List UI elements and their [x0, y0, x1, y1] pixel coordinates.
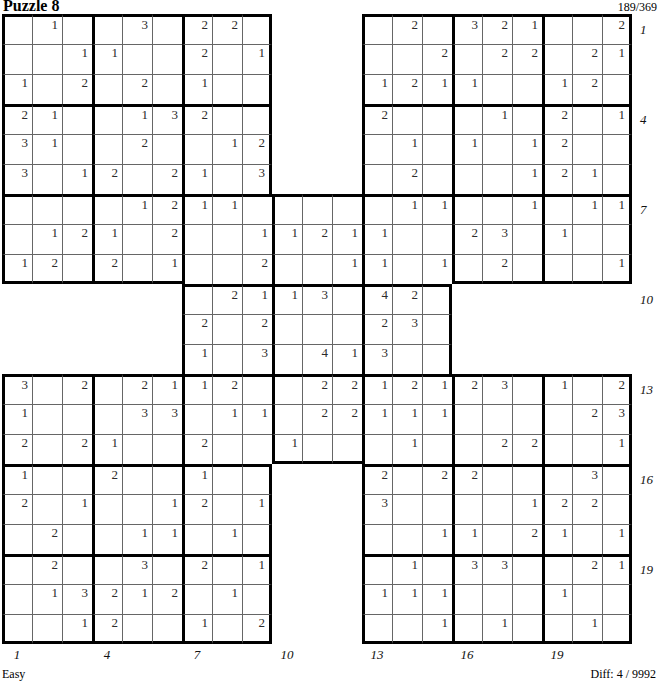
cell-r15c7[interactable]: 2	[182, 434, 212, 464]
cell-r12c10[interactable]	[272, 344, 302, 374]
cell-r16c2[interactable]	[32, 464, 62, 494]
cell-r14c7[interactable]	[182, 404, 212, 434]
cell-r7c7[interactable]: 1	[182, 194, 212, 224]
cell-r2c5[interactable]	[122, 44, 152, 74]
cell-r11c8[interactable]	[212, 314, 242, 344]
cell-r9c9[interactable]: 2	[242, 254, 272, 284]
cell-r11c9[interactable]: 2	[242, 314, 272, 344]
cell-r21c3[interactable]: 1	[62, 614, 92, 644]
cell-r12c8[interactable]	[212, 344, 242, 374]
cell-r13c8[interactable]: 2	[212, 374, 242, 404]
cell-r4c9[interactable]	[242, 104, 272, 134]
cell-r9c20[interactable]	[572, 254, 602, 284]
cell-r3c9[interactable]	[242, 74, 272, 104]
cell-r9c13[interactable]: 1	[362, 254, 392, 284]
cell-r1c6[interactable]	[152, 14, 182, 44]
cell-r21c19[interactable]	[542, 614, 572, 644]
cell-r8c9[interactable]: 1	[242, 224, 272, 254]
cell-r1c15[interactable]	[422, 14, 452, 44]
cell-r20c7[interactable]	[182, 584, 212, 614]
cell-r17c15[interactable]	[422, 494, 452, 524]
cell-r6c21[interactable]	[602, 164, 632, 194]
cell-r3c20[interactable]: 2	[572, 74, 602, 104]
cell-r14c14[interactable]: 1	[392, 404, 422, 434]
cell-r6c14[interactable]: 2	[392, 164, 422, 194]
cell-r8c8[interactable]	[212, 224, 242, 254]
cell-r2c21[interactable]: 1	[602, 44, 632, 74]
cell-r15c2[interactable]	[32, 434, 62, 464]
cell-r13c13[interactable]: 1	[362, 374, 392, 404]
cell-r13c9[interactable]	[242, 374, 272, 404]
cell-r14c8[interactable]: 1	[212, 404, 242, 434]
cell-r4c8[interactable]	[212, 104, 242, 134]
cell-r2c1[interactable]	[2, 44, 32, 74]
cell-r21c8[interactable]	[212, 614, 242, 644]
cell-r3c2[interactable]	[32, 74, 62, 104]
cell-r14c12[interactable]: 2	[332, 404, 362, 434]
cell-r18c19[interactable]: 1	[542, 524, 572, 554]
cell-r10c9[interactable]: 1	[242, 284, 272, 314]
cell-r9c6[interactable]: 1	[152, 254, 182, 284]
cell-r18c21[interactable]: 1	[602, 524, 632, 554]
cell-r10c10[interactable]: 1	[272, 284, 302, 314]
cell-r8c21[interactable]	[602, 224, 632, 254]
cell-r8c7[interactable]	[182, 224, 212, 254]
cell-r9c5[interactable]	[122, 254, 152, 284]
cell-r5c7[interactable]	[182, 134, 212, 164]
cell-r21c18[interactable]	[512, 614, 542, 644]
cell-r14c4[interactable]	[92, 404, 122, 434]
cell-r16c16[interactable]: 2	[452, 464, 482, 494]
cell-r14c13[interactable]: 1	[362, 404, 392, 434]
cell-r4c18[interactable]	[512, 104, 542, 134]
cell-r16c17[interactable]	[482, 464, 512, 494]
cell-r16c5[interactable]	[122, 464, 152, 494]
cell-r16c14[interactable]	[392, 464, 422, 494]
cell-r5c17[interactable]	[482, 134, 512, 164]
cell-r19c7[interactable]: 2	[182, 554, 212, 584]
cell-r15c18[interactable]: 2	[512, 434, 542, 464]
cell-r13c15[interactable]: 1	[422, 374, 452, 404]
cell-r9c21[interactable]: 1	[602, 254, 632, 284]
cell-r15c21[interactable]: 1	[602, 434, 632, 464]
cell-r18c18[interactable]: 2	[512, 524, 542, 554]
cell-r8c5[interactable]	[122, 224, 152, 254]
cell-r1c21[interactable]: 2	[602, 14, 632, 44]
cell-r20c18[interactable]	[512, 584, 542, 614]
cell-r15c9[interactable]	[242, 434, 272, 464]
cell-r20c5[interactable]: 1	[122, 584, 152, 614]
cell-r19c21[interactable]: 1	[602, 554, 632, 584]
cell-r16c21[interactable]	[602, 464, 632, 494]
cell-r13c7[interactable]: 1	[182, 374, 212, 404]
cell-r14c9[interactable]: 1	[242, 404, 272, 434]
cell-r15c3[interactable]: 2	[62, 434, 92, 464]
cell-r19c8[interactable]	[212, 554, 242, 584]
cell-r21c6[interactable]	[152, 614, 182, 644]
cell-r14c15[interactable]: 1	[422, 404, 452, 434]
cell-r13c6[interactable]: 1	[152, 374, 182, 404]
cell-r8c17[interactable]: 3	[482, 224, 512, 254]
cell-r13c21[interactable]: 2	[602, 374, 632, 404]
cell-r8c16[interactable]: 2	[452, 224, 482, 254]
cell-r7c2[interactable]	[32, 194, 62, 224]
cell-r9c18[interactable]	[512, 254, 542, 284]
cell-r20c19[interactable]: 1	[542, 584, 572, 614]
cell-r15c12[interactable]	[332, 434, 362, 464]
cell-r14c11[interactable]: 2	[302, 404, 332, 434]
cell-r15c11[interactable]	[302, 434, 332, 464]
cell-r15c15[interactable]	[422, 434, 452, 464]
cell-r19c17[interactable]: 3	[482, 554, 512, 584]
cell-r7c1[interactable]	[2, 194, 32, 224]
cell-r2c18[interactable]: 2	[512, 44, 542, 74]
cell-r16c6[interactable]	[152, 464, 182, 494]
cell-r5c21[interactable]	[602, 134, 632, 164]
cell-r7c16[interactable]	[452, 194, 482, 224]
cell-r6c18[interactable]: 1	[512, 164, 542, 194]
cell-r5c3[interactable]	[62, 134, 92, 164]
cell-r10c8[interactable]: 2	[212, 284, 242, 314]
cell-r7c18[interactable]: 1	[512, 194, 542, 224]
cell-r16c4[interactable]: 2	[92, 464, 122, 494]
cell-r3c3[interactable]: 2	[62, 74, 92, 104]
cell-r8c6[interactable]: 2	[152, 224, 182, 254]
cell-r4c21[interactable]: 1	[602, 104, 632, 134]
cell-r4c16[interactable]	[452, 104, 482, 134]
cell-r13c11[interactable]: 2	[302, 374, 332, 404]
cell-r14c17[interactable]	[482, 404, 512, 434]
cell-r7c20[interactable]: 1	[572, 194, 602, 224]
cell-r16c1[interactable]: 1	[2, 464, 32, 494]
cell-r18c9[interactable]	[242, 524, 272, 554]
cell-r9c16[interactable]	[452, 254, 482, 284]
cell-r12c15[interactable]	[422, 344, 452, 374]
cell-r21c14[interactable]	[392, 614, 422, 644]
cell-r10c13[interactable]: 4	[362, 284, 392, 314]
cell-r5c19[interactable]: 2	[542, 134, 572, 164]
cell-r11c7[interactable]: 2	[182, 314, 212, 344]
cell-r16c3[interactable]	[62, 464, 92, 494]
cell-r6c3[interactable]: 1	[62, 164, 92, 194]
cell-r1c18[interactable]: 1	[512, 14, 542, 44]
cell-r12c13[interactable]: 3	[362, 344, 392, 374]
cell-r21c13[interactable]	[362, 614, 392, 644]
cell-r15c14[interactable]: 1	[392, 434, 422, 464]
cell-r13c1[interactable]: 3	[2, 374, 32, 404]
cell-r6c1[interactable]: 3	[2, 164, 32, 194]
cell-r20c2[interactable]: 1	[32, 584, 62, 614]
cell-r8c1[interactable]	[2, 224, 32, 254]
cell-r9c12[interactable]: 1	[332, 254, 362, 284]
cell-r5c6[interactable]	[152, 134, 182, 164]
cell-r6c5[interactable]	[122, 164, 152, 194]
cell-r20c20[interactable]	[572, 584, 602, 614]
cell-r19c6[interactable]	[152, 554, 182, 584]
cell-r15c1[interactable]: 2	[2, 434, 32, 464]
cell-r3c8[interactable]	[212, 74, 242, 104]
cell-r5c9[interactable]: 2	[242, 134, 272, 164]
cell-r5c18[interactable]: 1	[512, 134, 542, 164]
cell-r2c2[interactable]	[32, 44, 62, 74]
cell-r21c16[interactable]	[452, 614, 482, 644]
cell-r20c15[interactable]: 1	[422, 584, 452, 614]
cell-r8c19[interactable]: 1	[542, 224, 572, 254]
cell-r8c4[interactable]: 1	[92, 224, 122, 254]
cell-r1c3[interactable]	[62, 14, 92, 44]
cell-r12c12[interactable]: 1	[332, 344, 362, 374]
cell-r13c3[interactable]: 2	[62, 374, 92, 404]
cell-r7c19[interactable]	[542, 194, 572, 224]
cell-r16c20[interactable]: 3	[572, 464, 602, 494]
cell-r5c5[interactable]: 2	[122, 134, 152, 164]
cell-r21c9[interactable]: 2	[242, 614, 272, 644]
cell-r20c21[interactable]	[602, 584, 632, 614]
cell-r2c8[interactable]	[212, 44, 242, 74]
cell-r7c15[interactable]: 1	[422, 194, 452, 224]
cell-r7c6[interactable]: 2	[152, 194, 182, 224]
cell-r3c1[interactable]: 1	[2, 74, 32, 104]
cell-r7c13[interactable]	[362, 194, 392, 224]
cell-r15c13[interactable]	[362, 434, 392, 464]
cell-r21c21[interactable]	[602, 614, 632, 644]
cell-r13c4[interactable]	[92, 374, 122, 404]
cell-r20c1[interactable]	[2, 584, 32, 614]
cell-r19c15[interactable]	[422, 554, 452, 584]
cell-r14c6[interactable]: 3	[152, 404, 182, 434]
cell-r6c20[interactable]: 1	[572, 164, 602, 194]
cell-r19c18[interactable]	[512, 554, 542, 584]
cell-r2c17[interactable]: 2	[482, 44, 512, 74]
cell-r6c7[interactable]: 1	[182, 164, 212, 194]
cell-r4c4[interactable]	[92, 104, 122, 134]
cell-r7c3[interactable]	[62, 194, 92, 224]
cell-r13c17[interactable]: 3	[482, 374, 512, 404]
cell-r7c21[interactable]: 1	[602, 194, 632, 224]
cell-r8c20[interactable]	[572, 224, 602, 254]
cell-r18c16[interactable]: 1	[452, 524, 482, 554]
cell-r7c9[interactable]	[242, 194, 272, 224]
cell-r19c2[interactable]: 2	[32, 554, 62, 584]
cell-r12c11[interactable]: 4	[302, 344, 332, 374]
cell-r16c8[interactable]	[212, 464, 242, 494]
cell-r17c5[interactable]	[122, 494, 152, 524]
cell-r21c15[interactable]: 1	[422, 614, 452, 644]
cell-r3c15[interactable]: 1	[422, 74, 452, 104]
cell-r4c5[interactable]: 1	[122, 104, 152, 134]
cell-r21c17[interactable]: 1	[482, 614, 512, 644]
cell-r21c2[interactable]	[32, 614, 62, 644]
cell-r5c2[interactable]: 1	[32, 134, 62, 164]
cell-r17c20[interactable]: 2	[572, 494, 602, 524]
cell-r14c20[interactable]: 2	[572, 404, 602, 434]
cell-r8c11[interactable]: 2	[302, 224, 332, 254]
cell-r19c9[interactable]: 1	[242, 554, 272, 584]
cell-r3c4[interactable]	[92, 74, 122, 104]
cell-r6c4[interactable]: 2	[92, 164, 122, 194]
cell-r14c2[interactable]	[32, 404, 62, 434]
cell-r7c11[interactable]	[302, 194, 332, 224]
cell-r20c6[interactable]: 2	[152, 584, 182, 614]
cell-r18c2[interactable]: 2	[32, 524, 62, 554]
cell-r11c14[interactable]: 3	[392, 314, 422, 344]
cell-r1c17[interactable]: 2	[482, 14, 512, 44]
cell-r1c4[interactable]	[92, 14, 122, 44]
cell-r8c2[interactable]: 1	[32, 224, 62, 254]
cell-r5c14[interactable]: 1	[392, 134, 422, 164]
cell-r17c17[interactable]	[482, 494, 512, 524]
cell-r4c20[interactable]	[572, 104, 602, 134]
cell-r8c13[interactable]: 1	[362, 224, 392, 254]
cell-r13c19[interactable]: 1	[542, 374, 572, 404]
cell-r15c16[interactable]	[452, 434, 482, 464]
cell-r5c15[interactable]	[422, 134, 452, 164]
cell-r2c7[interactable]: 2	[182, 44, 212, 74]
cell-r18c17[interactable]	[482, 524, 512, 554]
cell-r18c4[interactable]	[92, 524, 122, 554]
cell-r3c21[interactable]	[602, 74, 632, 104]
cell-r10c12[interactable]	[332, 284, 362, 314]
cell-r4c14[interactable]	[392, 104, 422, 134]
cell-r18c8[interactable]: 1	[212, 524, 242, 554]
cell-r1c8[interactable]: 2	[212, 14, 242, 44]
cell-r5c4[interactable]	[92, 134, 122, 164]
cell-r7c4[interactable]	[92, 194, 122, 224]
cell-r6c9[interactable]: 3	[242, 164, 272, 194]
cell-r12c9[interactable]: 3	[242, 344, 272, 374]
cell-r9c4[interactable]: 2	[92, 254, 122, 284]
cell-r8c3[interactable]: 2	[62, 224, 92, 254]
cell-r6c17[interactable]	[482, 164, 512, 194]
cell-r19c4[interactable]	[92, 554, 122, 584]
cell-r12c7[interactable]: 1	[182, 344, 212, 374]
cell-r6c15[interactable]	[422, 164, 452, 194]
cell-r1c2[interactable]: 1	[32, 14, 62, 44]
cell-r6c19[interactable]: 2	[542, 164, 572, 194]
cell-r9c2[interactable]: 2	[32, 254, 62, 284]
cell-r15c8[interactable]	[212, 434, 242, 464]
cell-r2c20[interactable]: 2	[572, 44, 602, 74]
cell-r6c6[interactable]: 2	[152, 164, 182, 194]
cell-r14c3[interactable]	[62, 404, 92, 434]
cell-r7c17[interactable]	[482, 194, 512, 224]
cell-r3c5[interactable]: 2	[122, 74, 152, 104]
cell-r15c6[interactable]	[152, 434, 182, 464]
cell-r9c8[interactable]	[212, 254, 242, 284]
cell-r13c5[interactable]: 2	[122, 374, 152, 404]
cell-r5c8[interactable]: 1	[212, 134, 242, 164]
cell-r9c10[interactable]	[272, 254, 302, 284]
cell-r1c16[interactable]: 3	[452, 14, 482, 44]
cell-r14c18[interactable]	[512, 404, 542, 434]
cell-r14c16[interactable]	[452, 404, 482, 434]
cell-r14c19[interactable]	[542, 404, 572, 434]
cell-r19c20[interactable]: 2	[572, 554, 602, 584]
cell-r16c19[interactable]	[542, 464, 572, 494]
cell-r4c15[interactable]	[422, 104, 452, 134]
cell-r17c9[interactable]: 1	[242, 494, 272, 524]
cell-r18c5[interactable]: 1	[122, 524, 152, 554]
cell-r2c15[interactable]: 2	[422, 44, 452, 74]
cell-r18c14[interactable]	[392, 524, 422, 554]
cell-r4c13[interactable]: 2	[362, 104, 392, 134]
cell-r17c19[interactable]: 2	[542, 494, 572, 524]
cell-r14c1[interactable]: 1	[2, 404, 32, 434]
cell-r20c13[interactable]: 1	[362, 584, 392, 614]
cell-r16c13[interactable]: 2	[362, 464, 392, 494]
cell-r10c15[interactable]	[422, 284, 452, 314]
cell-r2c19[interactable]	[542, 44, 572, 74]
cell-r10c14[interactable]: 2	[392, 284, 422, 314]
cell-r21c5[interactable]	[122, 614, 152, 644]
cell-r4c7[interactable]: 2	[182, 104, 212, 134]
cell-r20c8[interactable]: 1	[212, 584, 242, 614]
cell-r2c16[interactable]	[452, 44, 482, 74]
cell-r16c15[interactable]: 2	[422, 464, 452, 494]
cell-r15c10[interactable]: 1	[272, 434, 302, 464]
cell-r9c11[interactable]	[302, 254, 332, 284]
cell-r1c5[interactable]: 3	[122, 14, 152, 44]
cell-r9c3[interactable]	[62, 254, 92, 284]
cell-r2c4[interactable]: 1	[92, 44, 122, 74]
cell-r16c7[interactable]: 1	[182, 464, 212, 494]
cell-r3c6[interactable]	[152, 74, 182, 104]
cell-r11c11[interactable]	[302, 314, 332, 344]
cell-r5c16[interactable]: 1	[452, 134, 482, 164]
cell-r20c4[interactable]: 2	[92, 584, 122, 614]
cell-r4c19[interactable]: 2	[542, 104, 572, 134]
cell-r8c18[interactable]	[512, 224, 542, 254]
cell-r13c16[interactable]: 2	[452, 374, 482, 404]
cell-r4c3[interactable]	[62, 104, 92, 134]
cell-r19c1[interactable]	[2, 554, 32, 584]
cell-r13c14[interactable]: 2	[392, 374, 422, 404]
cell-r21c20[interactable]: 1	[572, 614, 602, 644]
cell-r13c10[interactable]	[272, 374, 302, 404]
cell-r8c15[interactable]	[422, 224, 452, 254]
cell-r7c8[interactable]: 1	[212, 194, 242, 224]
cell-r7c12[interactable]	[332, 194, 362, 224]
cell-r5c13[interactable]	[362, 134, 392, 164]
cell-r1c7[interactable]: 2	[182, 14, 212, 44]
cell-r9c14[interactable]	[392, 254, 422, 284]
cell-r17c8[interactable]	[212, 494, 242, 524]
cell-r6c8[interactable]	[212, 164, 242, 194]
cell-r6c16[interactable]	[452, 164, 482, 194]
cell-r2c3[interactable]: 1	[62, 44, 92, 74]
cell-r9c15[interactable]: 1	[422, 254, 452, 284]
cell-r13c20[interactable]	[572, 374, 602, 404]
cell-r11c12[interactable]	[332, 314, 362, 344]
cell-r1c9[interactable]	[242, 14, 272, 44]
cell-r12c14[interactable]	[392, 344, 422, 374]
cell-r19c19[interactable]	[542, 554, 572, 584]
cell-r6c13[interactable]	[362, 164, 392, 194]
cell-r19c13[interactable]	[362, 554, 392, 584]
cell-r17c2[interactable]	[32, 494, 62, 524]
cell-r15c20[interactable]	[572, 434, 602, 464]
cell-r13c12[interactable]: 2	[332, 374, 362, 404]
cell-r4c6[interactable]: 3	[152, 104, 182, 134]
cell-r16c9[interactable]	[242, 464, 272, 494]
cell-r9c17[interactable]: 2	[482, 254, 512, 284]
cell-r17c6[interactable]: 1	[152, 494, 182, 524]
cell-r6c2[interactable]	[32, 164, 62, 194]
cell-r20c3[interactable]: 3	[62, 584, 92, 614]
cell-r5c1[interactable]: 3	[2, 134, 32, 164]
cell-r3c14[interactable]: 2	[392, 74, 422, 104]
cell-r19c16[interactable]: 3	[452, 554, 482, 584]
